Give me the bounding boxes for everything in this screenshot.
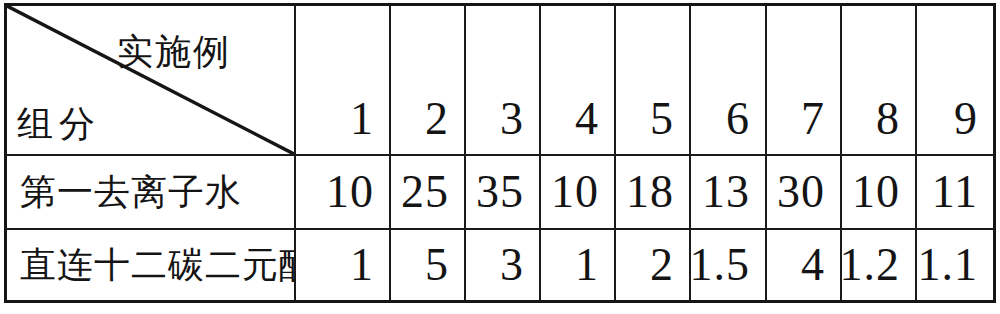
column-header-5: 5 xyxy=(616,6,691,156)
value-water-ex5: 18 xyxy=(616,156,691,230)
row-label-c12-diacid: 直连十二碳二元酸 xyxy=(7,230,296,300)
page: 实施例 组分 1 2 3 4 5 6 7 8 9 第一去离子水 10 25 35… xyxy=(0,0,1000,314)
column-header-9: 9 xyxy=(917,6,993,156)
value-diacid-ex1: 1 xyxy=(296,230,391,300)
column-header-4: 4 xyxy=(541,6,616,156)
value-water-ex3: 35 xyxy=(466,156,541,230)
value-water-ex7: 30 xyxy=(767,156,842,230)
corner-label-example: 实施例 xyxy=(117,28,231,77)
value-water-ex1: 10 xyxy=(296,156,391,230)
value-diacid-ex7: 4 xyxy=(767,230,842,300)
value-water-ex4: 10 xyxy=(541,156,616,230)
value-diacid-ex6: 1.5 xyxy=(691,230,767,300)
value-water-ex8: 10 xyxy=(842,156,917,230)
column-header-3: 3 xyxy=(466,6,541,156)
column-header-8: 8 xyxy=(842,6,917,156)
column-header-1: 1 xyxy=(296,6,391,156)
column-header-6: 6 xyxy=(691,6,767,156)
corner-label-component: 组分 xyxy=(17,100,101,149)
column-header-7: 7 xyxy=(767,6,842,156)
value-diacid-ex3: 3 xyxy=(466,230,541,300)
value-water-ex6: 13 xyxy=(691,156,767,230)
value-diacid-ex9: 1.1 xyxy=(917,230,993,300)
row-label-first-deionized-water: 第一去离子水 xyxy=(7,156,296,230)
value-diacid-ex5: 2 xyxy=(616,230,691,300)
value-diacid-ex8: 1.2 xyxy=(842,230,917,300)
example-formulation-table: 实施例 组分 1 2 3 4 5 6 7 8 9 第一去离子水 10 25 35… xyxy=(4,3,996,303)
column-header-2: 2 xyxy=(391,6,466,156)
value-water-ex2: 25 xyxy=(391,156,466,230)
corner-cell: 实施例 组分 xyxy=(7,6,296,156)
value-diacid-ex2: 5 xyxy=(391,230,466,300)
value-water-ex9: 11 xyxy=(917,156,993,230)
value-diacid-ex4: 1 xyxy=(541,230,616,300)
